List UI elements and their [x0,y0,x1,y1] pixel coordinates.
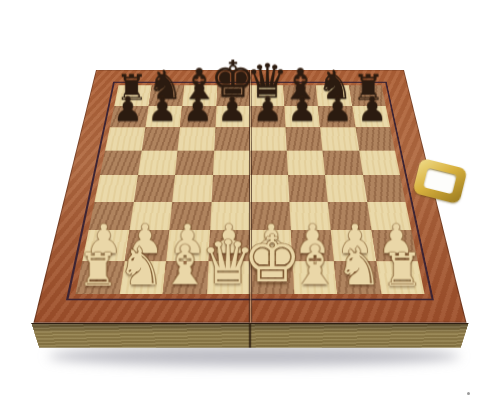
box-front-face [31,323,469,348]
perspective-scene: ♜♞♝♚♛♝♞♜♟♟♟♟♟♟♟♟♟♟♟♟♟♟♟♟♜♞♝♛♚♝♞♜ [0,0,500,420]
square-c6[interactable] [178,127,215,150]
square-b1[interactable]: ♞ [119,261,166,294]
square-h5[interactable] [359,150,400,175]
square-a6[interactable] [105,127,145,150]
white-rook[interactable]: ♜ [382,247,423,292]
square-a7[interactable]: ♟ [110,106,148,128]
square-a1[interactable]: ♜ [75,261,124,294]
square-b7[interactable]: ♟ [145,106,182,128]
black-pawn[interactable]: ♟ [252,92,282,126]
square-d4[interactable] [211,175,250,202]
square-c4[interactable] [172,175,212,202]
square-e1[interactable]: ♚ [250,261,294,294]
photo-stage: ♜♞♝♚♛♝♞♜♟♟♟♟♟♟♟♟♟♟♟♟♟♟♟♟♜♞♝♛♚♝♞♜ [0,0,500,420]
black-pawn[interactable]: ♟ [287,92,317,126]
square-h6[interactable] [355,127,395,150]
square-h7[interactable]: ♟ [352,106,390,128]
square-g7[interactable]: ♟ [318,106,355,128]
square-h1[interactable]: ♜ [376,261,425,294]
white-bishop[interactable]: ♝ [291,238,340,293]
front-fold-seam [249,324,251,348]
black-pawn[interactable]: ♟ [148,92,178,126]
white-rook[interactable]: ♜ [77,247,118,292]
square-f5[interactable] [286,150,325,175]
black-pawn[interactable]: ♟ [182,92,212,126]
square-f4[interactable] [288,175,328,202]
square-h4[interactable] [363,175,406,202]
black-pawn[interactable]: ♟ [322,92,352,126]
square-e7[interactable]: ♟ [250,106,285,128]
square-b4[interactable] [133,175,175,202]
white-knight[interactable]: ♞ [336,241,382,292]
square-c7[interactable]: ♟ [180,106,216,128]
square-g6[interactable] [320,127,359,150]
black-pawn[interactable]: ♟ [357,92,387,126]
square-a4[interactable] [95,175,138,202]
square-f6[interactable] [285,127,322,150]
square-a5[interactable] [100,150,141,175]
square-e5[interactable] [250,150,288,175]
square-g4[interactable] [325,175,367,202]
square-d5[interactable] [213,150,251,175]
square-g5[interactable] [322,150,362,175]
board-surface: ♜♞♝♚♛♝♞♜♟♟♟♟♟♟♟♟♟♟♟♟♟♟♟♟♜♞♝♛♚♝♞♜ [33,70,466,323]
square-e6[interactable] [250,127,286,150]
square-c5[interactable] [175,150,214,175]
square-g1[interactable]: ♞ [334,261,381,294]
square-d7[interactable]: ♟ [215,106,250,128]
square-f7[interactable]: ♟ [284,106,320,128]
chess-box: ♜♞♝♚♛♝♞♜♟♟♟♟♟♟♟♟♟♟♟♟♟♟♟♟♜♞♝♛♚♝♞♜ [33,70,466,323]
dust-speck [467,392,470,395]
square-d6[interactable] [214,127,250,150]
black-pawn[interactable]: ♟ [113,92,143,126]
square-e4[interactable] [250,175,289,202]
black-pawn[interactable]: ♟ [217,92,247,126]
white-knight[interactable]: ♞ [118,241,164,292]
square-b6[interactable] [141,127,180,150]
square-f1[interactable]: ♝ [292,261,337,294]
square-b5[interactable] [138,150,178,175]
